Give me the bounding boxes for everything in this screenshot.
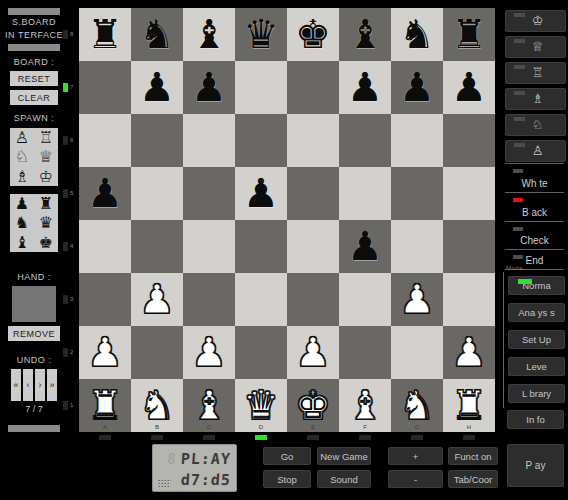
remove-button[interactable]: REMOVE	[8, 326, 60, 341]
square-f3[interactable]	[339, 273, 391, 326]
lcd-line-1: 8 PL:AY	[157, 449, 231, 468]
play-button[interactable]: P ay	[507, 444, 564, 487]
rank-label-3: 3	[70, 296, 79, 302]
square-c4[interactable]	[183, 220, 235, 273]
square-b5[interactable]	[131, 167, 183, 220]
step-back-button[interactable]: ‹	[23, 369, 33, 401]
lcd-dot-matrix-icon	[158, 479, 171, 489]
square-f7[interactable]: ♟	[339, 61, 391, 114]
lcd-line-2: d7:d5	[157, 470, 231, 489]
square-b8[interactable]: ♞	[131, 8, 183, 61]
queen-select-button[interactable]: ♕	[505, 36, 566, 58]
square-h6[interactable]	[443, 114, 495, 167]
black-pawn-piece[interactable]: ♟	[131, 61, 183, 113]
app-title: S.BOARD IN TERFACE	[0, 16, 68, 42]
undo-section-label: UNDO :	[0, 355, 68, 365]
file-e-led	[307, 435, 319, 440]
function-button[interactable]: Funct on	[448, 447, 498, 465]
reset-button[interactable]: RESET	[10, 71, 58, 86]
black-indicator-row: B ack	[505, 192, 564, 221]
square-f6[interactable]	[339, 114, 391, 167]
black-knight-piece[interactable]: ♞	[391, 8, 443, 60]
square-b3[interactable]: ♟	[131, 273, 183, 326]
square-a7[interactable]	[79, 61, 131, 114]
square-c2[interactable]: ♟	[183, 326, 235, 379]
chess-interface-app: S.BOARD IN TERFACE BOARD : RESET CLEAR S…	[0, 0, 568, 500]
file-label-e: E	[287, 424, 339, 430]
rank-label-7: 7	[70, 84, 79, 90]
square-h7[interactable]: ♟	[443, 61, 495, 114]
black-pawn-piece[interactable]: ♟	[183, 61, 235, 113]
file-a-led	[99, 435, 111, 440]
king-select-button[interactable]: ♔	[505, 10, 566, 32]
rank-label-4: 4	[70, 243, 79, 249]
bishop-select-button[interactable]: ♗	[505, 88, 566, 110]
square-f4[interactable]: ♟	[339, 220, 391, 273]
spawn-white-king[interactable]: ♔	[34, 167, 58, 186]
lcd-display: 8 PL:AY d7:d5	[152, 444, 237, 492]
square-b6[interactable]	[131, 114, 183, 167]
square-h4[interactable]	[443, 220, 495, 273]
square-c8[interactable]: ♝	[183, 8, 235, 61]
black-queen-piece[interactable]: ♛	[235, 8, 287, 60]
square-g7[interactable]: ♟	[391, 61, 443, 114]
square-e4[interactable]	[287, 220, 339, 273]
lcd-text-bottom: d7:d5	[180, 471, 231, 489]
square-b4[interactable]	[131, 220, 183, 273]
black-pawn-piece[interactable]: ♟	[235, 167, 287, 219]
square-f5[interactable]	[339, 167, 391, 220]
square-d2[interactable]	[235, 326, 287, 379]
square-h2[interactable]: ♟	[443, 326, 495, 379]
mode-analysis-button[interactable]: Ana ys s	[508, 303, 565, 322]
clear-button[interactable]: CLEAR	[10, 90, 58, 105]
square-c3[interactable]	[183, 273, 235, 326]
file-label-g: G	[391, 424, 443, 430]
black-rook-piece[interactable]: ♜	[79, 8, 131, 60]
black-knight-piece[interactable]: ♞	[131, 8, 183, 60]
mode-group: NormaAna ys sSet UpLeveL brary	[503, 272, 565, 408]
spawn-section-label: SPAWN :	[0, 113, 68, 123]
check-led	[513, 227, 523, 231]
tab-coor-button[interactable]: Tab/Coor	[448, 470, 498, 488]
queen-button-led	[514, 39, 525, 43]
app-title-line1: S.BOARD	[0, 16, 68, 29]
white-pawn-piece[interactable]: ♟	[131, 273, 183, 325]
rank-6-led	[63, 136, 68, 145]
square-f2[interactable]	[339, 326, 391, 379]
spawn-black-pawn[interactable]: ♟	[10, 194, 34, 213]
spawn-white-panel: ♙♖♘♕♗♔	[10, 128, 58, 186]
black-pawn-piece[interactable]: ♟	[391, 61, 443, 113]
status-indicators: Wh teB ackCheckEnd	[505, 163, 564, 270]
square-c7[interactable]: ♟	[183, 61, 235, 114]
square-c6[interactable]	[183, 114, 235, 167]
divider-bar-2	[8, 44, 60, 51]
black-pawn-piece[interactable]: ♟	[339, 61, 391, 113]
white-pawn-piece[interactable]: ♟	[79, 326, 131, 378]
square-e6[interactable]	[287, 114, 339, 167]
rank-label-8: 8	[70, 31, 79, 37]
rank-1-led	[63, 401, 68, 410]
mode-group-label: Mode	[506, 265, 523, 271]
square-a4[interactable]	[79, 220, 131, 273]
square-e7[interactable]	[287, 61, 339, 114]
spawn-white-pawn[interactable]: ♙	[10, 128, 34, 147]
black-pawn-piece[interactable]: ♟	[339, 220, 391, 272]
knight-button-led	[514, 117, 525, 121]
spawn-black-rook[interactable]: ♜	[34, 194, 58, 213]
spawn-black-panel: ♟♜♞♛♝♚	[10, 194, 58, 252]
black-led	[513, 198, 523, 202]
file-label-c: C	[183, 424, 235, 430]
forward-all-button[interactable]: »	[47, 369, 57, 401]
square-a3[interactable]	[79, 273, 131, 326]
rank-label-1: 1	[70, 402, 79, 408]
undo-controls: «‹›»	[11, 369, 57, 401]
rank-label-2: 2	[70, 349, 79, 355]
square-g5[interactable]	[391, 167, 443, 220]
square-g2[interactable]	[391, 326, 443, 379]
square-h5[interactable]	[443, 167, 495, 220]
undo-counter: 7 / 7	[0, 404, 68, 414]
mode-library-button[interactable]: L brary	[508, 384, 565, 403]
square-c5[interactable]	[183, 167, 235, 220]
file-label-d: D	[235, 424, 287, 430]
black-pawn-piece[interactable]: ♟	[443, 61, 495, 113]
king-button-led	[514, 13, 525, 17]
square-a5[interactable]: ♟	[79, 167, 131, 220]
knight-select-button[interactable]: ♘	[505, 114, 566, 136]
black-pawn-piece[interactable]: ♟	[79, 167, 131, 219]
mode-analysis-label: Ana ys s	[518, 307, 554, 318]
black-label: B ack	[505, 207, 564, 218]
board: ♜♞♝♛♚♝♞♜♟♟♟♟♟♟♟♟♟♟♟♟♟♟♜♞♝♛♚♝♞♜	[79, 8, 495, 432]
file-b-led	[151, 435, 163, 440]
sound-button[interactable]: Sound	[317, 470, 371, 488]
square-a8[interactable]: ♜	[79, 8, 131, 61]
file-c-led	[203, 435, 215, 440]
rank-5-led	[63, 189, 68, 198]
rank-8-led	[63, 30, 68, 39]
rank-2-led	[63, 348, 68, 357]
square-e8[interactable]: ♚	[287, 8, 339, 61]
square-a2[interactable]: ♟	[79, 326, 131, 379]
divider-bar-top	[8, 8, 60, 15]
pawn-button-led	[514, 143, 525, 147]
square-g8[interactable]: ♞	[391, 8, 443, 61]
mode-library-label: L brary	[522, 388, 551, 399]
black-bishop-piece[interactable]: ♝	[183, 8, 235, 60]
plus-button[interactable]: +	[388, 447, 443, 465]
spawn-white-knight[interactable]: ♘	[10, 147, 34, 166]
square-b2[interactable]	[131, 326, 183, 379]
spawn-white-rook[interactable]: ♖	[34, 128, 58, 147]
spawn-white-queen[interactable]: ♕	[34, 147, 58, 166]
go-button[interactable]: Go	[263, 447, 311, 465]
lcd-ghost-digit: 8	[166, 450, 177, 468]
square-h3[interactable]	[443, 273, 495, 326]
new-game-button[interactable]: New Game	[317, 447, 371, 465]
white-led	[513, 169, 523, 173]
mode-normal-button[interactable]: Norma	[508, 276, 565, 295]
white-pawn-piece[interactable]: ♟	[287, 326, 339, 378]
square-d7[interactable]	[235, 61, 287, 114]
file-label-h: H	[443, 424, 495, 430]
square-g6[interactable]	[391, 114, 443, 167]
black-bishop-piece[interactable]: ♝	[339, 8, 391, 60]
square-d3[interactable]	[235, 273, 287, 326]
rook-select-button[interactable]: ♖	[505, 62, 566, 84]
square-d5[interactable]: ♟	[235, 167, 287, 220]
mode-setup-label: Set Up	[522, 334, 551, 345]
board-section-label: BOARD :	[0, 57, 68, 67]
mode-setup-button[interactable]: Set Up	[508, 330, 565, 349]
rank-label-6: 6	[70, 137, 79, 143]
white-pawn-piece[interactable]: ♟	[443, 326, 495, 378]
info-button[interactable]: In fo	[507, 410, 564, 429]
app-title-line2: IN TERFACE	[0, 29, 68, 42]
spawn-black-king[interactable]: ♚	[34, 233, 58, 252]
white-indicator-row: Wh te	[505, 163, 564, 192]
hand-box[interactable]	[12, 286, 56, 322]
spawn-white-bishop[interactable]: ♗	[10, 167, 34, 186]
square-a6[interactable]	[79, 114, 131, 167]
mode-normal-led	[518, 279, 532, 284]
square-e5[interactable]	[287, 167, 339, 220]
file-d-led	[255, 435, 267, 440]
black-king-piece[interactable]: ♚	[287, 8, 339, 60]
square-h8[interactable]: ♜	[443, 8, 495, 61]
square-e2[interactable]: ♟	[287, 326, 339, 379]
black-rook-piece[interactable]: ♜	[443, 8, 495, 60]
file-label-b: B	[131, 424, 183, 430]
square-e3[interactable]	[287, 273, 339, 326]
pawn-select-button[interactable]: ♙	[505, 140, 566, 162]
file-label-f: F	[339, 424, 391, 430]
rook-button-led	[514, 65, 525, 69]
step-forward-button[interactable]: ›	[35, 369, 45, 401]
square-d4[interactable]	[235, 220, 287, 273]
rank-label-5: 5	[70, 190, 79, 196]
spawn-black-bishop[interactable]: ♝	[10, 233, 34, 252]
mode-level-button[interactable]: Leve	[508, 357, 565, 376]
stop-button[interactable]: Stop	[263, 470, 311, 488]
check-label: Check	[505, 235, 564, 246]
spawn-black-queen[interactable]: ♛	[34, 213, 58, 232]
check-indicator-row: Check	[505, 221, 564, 249]
file-g-led	[411, 435, 423, 440]
square-g3[interactable]: ♟	[391, 273, 443, 326]
white-pawn-piece[interactable]: ♟	[183, 326, 235, 378]
rewind-all-button[interactable]: «	[11, 369, 21, 401]
lcd-text-top: PL:AY	[180, 450, 231, 468]
divider-bar-bottom	[8, 425, 60, 432]
square-b7[interactable]: ♟	[131, 61, 183, 114]
white-label: Wh te	[505, 178, 564, 189]
minus-button[interactable]: -	[388, 470, 443, 488]
mode-level-label: Leve	[526, 361, 547, 372]
square-g4[interactable]	[391, 220, 443, 273]
file-label-a: A	[79, 424, 131, 430]
spawn-black-knight[interactable]: ♞	[10, 213, 34, 232]
file-h-led	[463, 435, 475, 440]
white-pawn-piece[interactable]: ♟	[391, 273, 443, 325]
hand-section-label: HAND :	[0, 272, 68, 282]
file-f-led	[359, 435, 371, 440]
square-d6[interactable]	[235, 114, 287, 167]
square-f8[interactable]: ♝	[339, 8, 391, 61]
rank-7-led	[63, 83, 68, 92]
rank-4-led	[63, 242, 68, 251]
rank-3-led	[63, 295, 68, 304]
square-d8[interactable]: ♛	[235, 8, 287, 61]
bishop-button-led	[514, 91, 525, 95]
